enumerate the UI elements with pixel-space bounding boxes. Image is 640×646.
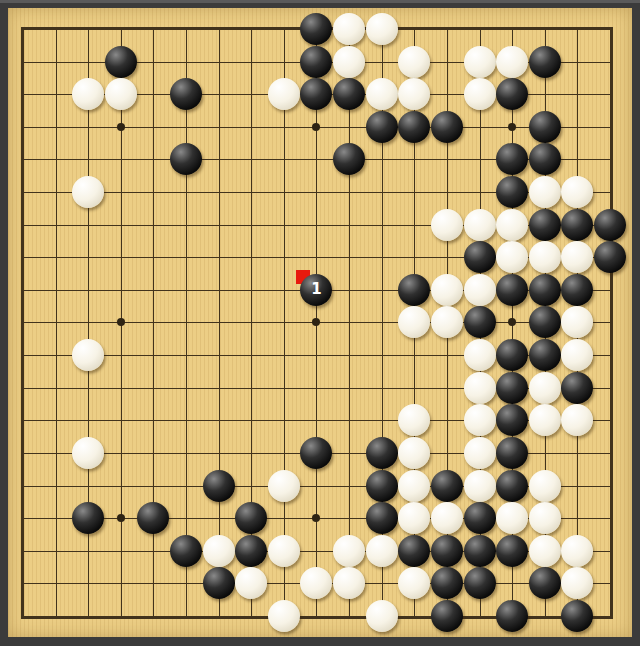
white-stone bbox=[464, 372, 496, 404]
black-stone bbox=[366, 111, 398, 143]
white-stone bbox=[333, 46, 365, 78]
white-stone bbox=[496, 46, 528, 78]
black-stone bbox=[529, 306, 561, 338]
white-stone bbox=[529, 241, 561, 273]
black-stone bbox=[594, 241, 626, 273]
black-stone bbox=[431, 535, 463, 567]
move-number-label: 1 bbox=[311, 282, 321, 297]
white-stone bbox=[268, 600, 300, 632]
black-stone bbox=[529, 567, 561, 599]
black-stone bbox=[496, 470, 528, 502]
black-stone bbox=[529, 111, 561, 143]
white-stone bbox=[105, 78, 137, 110]
black-stone bbox=[105, 46, 137, 78]
white-stone bbox=[72, 437, 104, 469]
black-stone bbox=[300, 13, 332, 45]
black-stone bbox=[203, 567, 235, 599]
black-stone bbox=[594, 209, 626, 241]
white-stone bbox=[398, 567, 430, 599]
black-stone bbox=[431, 111, 463, 143]
black-stone bbox=[333, 143, 365, 175]
white-stone bbox=[464, 78, 496, 110]
star-point bbox=[312, 123, 320, 131]
black-stone bbox=[203, 470, 235, 502]
white-stone bbox=[398, 78, 430, 110]
white-stone bbox=[464, 404, 496, 436]
black-stone bbox=[496, 274, 528, 306]
white-stone bbox=[496, 241, 528, 273]
white-stone bbox=[529, 535, 561, 567]
white-stone bbox=[431, 274, 463, 306]
black-stone bbox=[496, 143, 528, 175]
black-stone bbox=[464, 241, 496, 273]
white-stone bbox=[431, 502, 463, 534]
black-stone bbox=[496, 437, 528, 469]
white-stone bbox=[235, 567, 267, 599]
black-stone bbox=[398, 111, 430, 143]
white-stone bbox=[464, 470, 496, 502]
white-stone bbox=[464, 274, 496, 306]
black-stone bbox=[496, 372, 528, 404]
white-stone bbox=[333, 567, 365, 599]
black-stone bbox=[333, 78, 365, 110]
black-stone bbox=[366, 470, 398, 502]
white-stone bbox=[561, 306, 593, 338]
white-stone bbox=[561, 339, 593, 371]
black-stone bbox=[561, 274, 593, 306]
star-point bbox=[312, 318, 320, 326]
black-stone bbox=[496, 404, 528, 436]
black-stone bbox=[496, 339, 528, 371]
white-stone bbox=[268, 470, 300, 502]
black-stone bbox=[366, 437, 398, 469]
black-stone bbox=[300, 437, 332, 469]
star-point bbox=[117, 318, 125, 326]
black-stone bbox=[561, 372, 593, 404]
black-stone bbox=[464, 502, 496, 534]
black-stone bbox=[170, 78, 202, 110]
black-stone bbox=[398, 535, 430, 567]
black-stone bbox=[398, 274, 430, 306]
white-stone bbox=[300, 567, 332, 599]
white-stone bbox=[529, 404, 561, 436]
black-stone bbox=[529, 339, 561, 371]
black-stone bbox=[170, 535, 202, 567]
go-board[interactable]: 1 bbox=[8, 8, 632, 637]
white-stone bbox=[398, 46, 430, 78]
black-stone bbox=[561, 209, 593, 241]
black-stone bbox=[464, 535, 496, 567]
white-stone bbox=[366, 78, 398, 110]
white-stone bbox=[398, 437, 430, 469]
black-stone bbox=[496, 176, 528, 208]
white-stone bbox=[366, 13, 398, 45]
black-stone bbox=[561, 600, 593, 632]
white-stone bbox=[72, 176, 104, 208]
white-stone bbox=[366, 535, 398, 567]
white-stone bbox=[268, 535, 300, 567]
black-stone bbox=[464, 567, 496, 599]
white-stone bbox=[431, 306, 463, 338]
black-stone bbox=[235, 535, 267, 567]
black-stone bbox=[529, 209, 561, 241]
black-stone bbox=[529, 143, 561, 175]
white-stone bbox=[72, 78, 104, 110]
black-stone bbox=[366, 502, 398, 534]
white-stone bbox=[268, 78, 300, 110]
star-point bbox=[312, 514, 320, 522]
star-point bbox=[508, 318, 516, 326]
white-stone bbox=[398, 502, 430, 534]
black-stone bbox=[431, 567, 463, 599]
black-stone-move-1: 1 bbox=[300, 274, 332, 306]
white-stone bbox=[464, 46, 496, 78]
black-stone bbox=[431, 600, 463, 632]
white-stone bbox=[496, 209, 528, 241]
white-stone bbox=[398, 470, 430, 502]
frame-top-highlight bbox=[0, 0, 640, 3]
white-stone bbox=[529, 470, 561, 502]
white-stone bbox=[529, 372, 561, 404]
white-stone bbox=[203, 535, 235, 567]
white-stone bbox=[496, 502, 528, 534]
black-stone bbox=[300, 46, 332, 78]
white-stone bbox=[464, 437, 496, 469]
white-stone bbox=[366, 600, 398, 632]
black-stone bbox=[235, 502, 267, 534]
black-stone bbox=[431, 470, 463, 502]
white-stone bbox=[561, 176, 593, 208]
black-stone bbox=[496, 600, 528, 632]
black-stone bbox=[137, 502, 169, 534]
black-stone bbox=[529, 46, 561, 78]
white-stone bbox=[464, 339, 496, 371]
white-stone bbox=[431, 209, 463, 241]
white-stone bbox=[561, 404, 593, 436]
black-stone bbox=[529, 274, 561, 306]
white-stone bbox=[529, 176, 561, 208]
star-point bbox=[117, 514, 125, 522]
star-point bbox=[508, 123, 516, 131]
white-stone bbox=[561, 241, 593, 273]
white-stone bbox=[398, 404, 430, 436]
black-stone bbox=[464, 306, 496, 338]
white-stone bbox=[529, 502, 561, 534]
white-stone bbox=[464, 209, 496, 241]
black-stone bbox=[300, 78, 332, 110]
black-stone bbox=[170, 143, 202, 175]
white-stone bbox=[72, 339, 104, 371]
black-stone bbox=[496, 535, 528, 567]
white-stone bbox=[333, 13, 365, 45]
white-stone bbox=[333, 535, 365, 567]
black-stone bbox=[72, 502, 104, 534]
white-stone bbox=[398, 306, 430, 338]
black-stone bbox=[496, 78, 528, 110]
star-point bbox=[117, 123, 125, 131]
white-stone bbox=[561, 535, 593, 567]
white-stone bbox=[561, 567, 593, 599]
